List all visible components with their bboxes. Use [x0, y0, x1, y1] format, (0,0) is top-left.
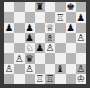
white-knight[interactable]: ♘ — [25, 43, 34, 53]
square-f2[interactable]: ♝ — [55, 64, 65, 74]
square-g1[interactable] — [66, 74, 76, 84]
square-a2[interactable]: ♙ — [4, 64, 14, 74]
black-pawn[interactable]: ♟ — [25, 33, 34, 43]
square-e7[interactable] — [45, 12, 55, 22]
square-a1[interactable] — [4, 74, 14, 84]
white-king[interactable]: ♔ — [77, 74, 86, 84]
square-c8[interactable] — [25, 2, 35, 12]
square-d3[interactable] — [35, 53, 45, 63]
square-e1[interactable]: ♖ — [45, 74, 55, 84]
square-h3[interactable] — [76, 53, 86, 63]
square-b5[interactable] — [14, 33, 24, 43]
black-pawn[interactable]: ♟ — [25, 23, 34, 33]
square-c4[interactable]: ♘ — [25, 43, 35, 53]
square-c1[interactable] — [25, 74, 35, 84]
square-a6[interactable]: ♟ — [4, 23, 14, 33]
white-queen[interactable]: ♕ — [46, 23, 55, 33]
square-c6[interactable]: ♟ — [25, 23, 35, 33]
square-h8[interactable] — [76, 2, 86, 12]
square-h4[interactable] — [76, 43, 86, 53]
square-g5[interactable] — [66, 33, 76, 43]
square-d2[interactable] — [35, 64, 45, 74]
square-f5[interactable] — [55, 33, 65, 43]
square-b2[interactable] — [14, 64, 24, 74]
square-f7[interactable]: ♖ — [55, 12, 65, 22]
square-b8[interactable] — [14, 2, 24, 12]
square-c7[interactable] — [25, 12, 35, 22]
square-c5[interactable]: ♟ — [25, 33, 35, 43]
square-b3[interactable]: ♙ — [14, 53, 24, 63]
black-queen[interactable]: ♛ — [25, 54, 34, 64]
black-rook[interactable]: ♜ — [36, 2, 45, 12]
square-e2[interactable] — [45, 64, 55, 74]
white-rook[interactable]: ♖ — [46, 74, 55, 84]
white-rook[interactable]: ♖ — [56, 13, 65, 23]
square-c3[interactable]: ♛ — [25, 53, 35, 63]
square-e6[interactable]: ♕ — [45, 23, 55, 33]
square-g8[interactable]: ♚ — [66, 2, 76, 12]
square-b4[interactable] — [14, 43, 24, 53]
black-bishop[interactable]: ♝ — [56, 64, 65, 74]
black-pawn[interactable]: ♟ — [66, 23, 75, 33]
square-h7[interactable]: ♟ — [76, 12, 86, 22]
square-f4[interactable] — [55, 43, 65, 53]
white-rook[interactable]: ♖ — [36, 74, 45, 84]
square-d5[interactable] — [35, 33, 45, 43]
square-f8[interactable] — [55, 2, 65, 12]
square-a3[interactable] — [4, 53, 14, 63]
black-pawn[interactable]: ♟ — [77, 13, 86, 23]
square-c2[interactable]: ♙ — [25, 64, 35, 74]
square-d4[interactable]: ♟ — [35, 43, 45, 53]
square-f3[interactable] — [55, 53, 65, 63]
square-d8[interactable]: ♜ — [35, 2, 45, 12]
square-h2[interactable]: ♙ — [76, 64, 86, 74]
square-d7[interactable] — [35, 12, 45, 22]
white-pawn[interactable]: ♙ — [15, 54, 24, 64]
chess-diagram: ♜♚♖♟♟♟♕♟♟♗♙♘♟♙♙♛♙♙♝♙♖♖♔ — [0, 0, 90, 88]
chess-board: ♜♚♖♟♟♟♕♟♟♗♙♘♟♙♙♛♙♙♝♙♖♖♔ — [4, 2, 86, 84]
white-pawn[interactable]: ♙ — [46, 43, 55, 53]
black-pawn[interactable]: ♟ — [36, 43, 45, 53]
white-pawn[interactable]: ♙ — [25, 64, 34, 74]
square-h6[interactable] — [76, 23, 86, 33]
square-a5[interactable] — [4, 33, 14, 43]
square-f1[interactable] — [55, 74, 65, 84]
white-pawn[interactable]: ♙ — [5, 64, 14, 74]
square-e4[interactable]: ♙ — [45, 43, 55, 53]
square-b6[interactable] — [14, 23, 24, 33]
square-d6[interactable] — [35, 23, 45, 33]
square-g6[interactable]: ♟ — [66, 23, 76, 33]
square-e3[interactable] — [45, 53, 55, 63]
square-h1[interactable]: ♔ — [76, 74, 86, 84]
black-pawn[interactable]: ♟ — [5, 23, 14, 33]
white-bishop[interactable]: ♗ — [46, 33, 55, 43]
square-d1[interactable]: ♖ — [35, 74, 45, 84]
square-g3[interactable] — [66, 53, 76, 63]
square-f6[interactable] — [55, 23, 65, 33]
square-e5[interactable]: ♗ — [45, 33, 55, 43]
square-b1[interactable] — [14, 74, 24, 84]
square-a7[interactable] — [4, 12, 14, 22]
square-g2[interactable] — [66, 64, 76, 74]
square-h5[interactable]: ♙ — [76, 33, 86, 43]
square-a4[interactable] — [4, 43, 14, 53]
black-king[interactable]: ♚ — [66, 2, 75, 12]
square-g7[interactable] — [66, 12, 76, 22]
square-e8[interactable] — [45, 2, 55, 12]
square-g4[interactable] — [66, 43, 76, 53]
square-b7[interactable] — [14, 12, 24, 22]
square-a8[interactable] — [4, 2, 14, 12]
white-pawn[interactable]: ♙ — [77, 64, 86, 74]
white-pawn[interactable]: ♙ — [77, 33, 86, 43]
